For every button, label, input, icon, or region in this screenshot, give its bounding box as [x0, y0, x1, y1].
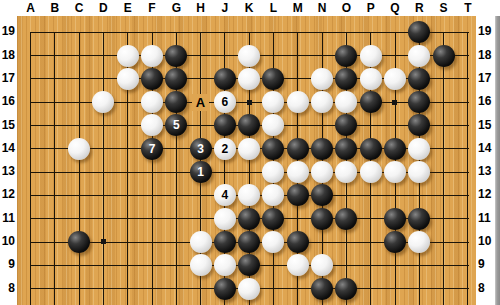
column-label-J: J: [214, 1, 236, 15]
row-label-right-9: 9: [478, 257, 496, 272]
row-label-right-11: 11: [478, 211, 496, 226]
row-label-left-11: 11: [0, 211, 15, 226]
stone-L12[interactable]: [262, 184, 284, 206]
move-3-stone-H14[interactable]: 3: [190, 138, 212, 160]
stone-O14[interactable]: [335, 138, 357, 160]
stone-R15[interactable]: [408, 114, 430, 136]
row-label-left-8: 8: [0, 281, 15, 296]
row-label-left-17: 17: [0, 71, 15, 86]
stone-K17[interactable]: [238, 68, 260, 90]
stone-H9[interactable]: [190, 254, 212, 276]
stone-R14[interactable]: [408, 138, 430, 160]
stone-L16[interactable]: [262, 91, 284, 113]
row-label-right-15: 15: [478, 118, 496, 133]
stone-R17[interactable]: [408, 68, 430, 90]
window-edge-strip: [495, 16, 500, 305]
stone-K8[interactable]: [238, 278, 260, 300]
stone-P13[interactable]: [360, 161, 382, 183]
stone-N8[interactable]: [311, 278, 333, 300]
move-7-stone-F14[interactable]: 7: [141, 138, 163, 160]
stone-O13[interactable]: [335, 161, 357, 183]
row-label-left-18: 18: [0, 48, 15, 63]
stone-F15[interactable]: [141, 114, 163, 136]
column-label-C: C: [68, 1, 90, 15]
column-label-A: A: [20, 1, 42, 15]
stone-Q14[interactable]: [384, 138, 406, 160]
stone-O17[interactable]: [335, 68, 357, 90]
stone-P14[interactable]: [360, 138, 382, 160]
row-label-left-15: 15: [0, 118, 15, 133]
column-label-O: O: [335, 1, 357, 15]
stone-N9[interactable]: [311, 254, 333, 276]
stone-Q13[interactable]: [384, 161, 406, 183]
stone-C10[interactable]: [68, 231, 90, 253]
column-label-E: E: [117, 1, 139, 15]
stone-J8[interactable]: [214, 278, 236, 300]
move-6-stone-J16[interactable]: 6: [214, 91, 236, 113]
column-label-D: D: [92, 1, 114, 15]
column-label-L: L: [263, 1, 285, 15]
stone-J15[interactable]: [214, 114, 236, 136]
stone-N16[interactable]: [311, 91, 333, 113]
stone-M10[interactable]: [287, 231, 309, 253]
stone-K15[interactable]: [238, 114, 260, 136]
move-1-stone-H13[interactable]: 1: [190, 161, 212, 183]
stone-N14[interactable]: [311, 138, 333, 160]
stones-grid: A6573214: [18, 21, 476, 301]
stone-O16[interactable]: [335, 91, 357, 113]
row-label-right-19: 19: [478, 24, 496, 39]
stone-K9[interactable]: [238, 254, 260, 276]
stone-H10[interactable]: [190, 231, 212, 253]
stone-R13[interactable]: [408, 161, 430, 183]
stone-M12[interactable]: [287, 184, 309, 206]
star-point: [101, 239, 106, 244]
stone-C14[interactable]: [68, 138, 90, 160]
point-mark-A[interactable]: A: [192, 94, 209, 111]
row-label-right-18: 18: [478, 48, 496, 63]
stone-P16[interactable]: [360, 91, 382, 113]
stone-Q11[interactable]: [384, 208, 406, 230]
row-label-left-9: 9: [0, 257, 15, 272]
stone-J17[interactable]: [214, 68, 236, 90]
stone-R10[interactable]: [408, 231, 430, 253]
stone-J11[interactable]: [214, 208, 236, 230]
stone-K12[interactable]: [238, 184, 260, 206]
stone-O8[interactable]: [335, 278, 357, 300]
stone-O18[interactable]: [335, 45, 357, 67]
stone-G17[interactable]: [165, 68, 187, 90]
column-label-S: S: [433, 1, 455, 15]
stone-L14[interactable]: [262, 138, 284, 160]
stone-J10[interactable]: [214, 231, 236, 253]
column-label-K: K: [238, 1, 260, 15]
stone-D16[interactable]: [92, 91, 114, 113]
stone-E17[interactable]: [117, 68, 139, 90]
row-label-left-19: 19: [0, 24, 15, 39]
star-point: [247, 100, 252, 105]
column-label-H: H: [190, 1, 212, 15]
row-label-left-10: 10: [0, 234, 15, 249]
stone-S18[interactable]: [433, 45, 455, 67]
stone-P18[interactable]: [360, 45, 382, 67]
stone-K10[interactable]: [238, 231, 260, 253]
stone-L17[interactable]: [262, 68, 284, 90]
go-board[interactable]: A6573214: [17, 16, 476, 305]
stone-N11[interactable]: [311, 208, 333, 230]
stone-N12[interactable]: [311, 184, 333, 206]
stone-L10[interactable]: [262, 231, 284, 253]
row-label-right-17: 17: [478, 71, 496, 86]
stone-P17[interactable]: [360, 68, 382, 90]
column-label-F: F: [141, 1, 163, 15]
column-label-P: P: [360, 1, 382, 15]
row-label-left-16: 16: [0, 94, 15, 109]
star-point: [392, 100, 397, 105]
row-label-left-12: 12: [0, 187, 15, 202]
column-label-B: B: [44, 1, 66, 15]
row-label-left-13: 13: [0, 164, 15, 179]
stone-O11[interactable]: [335, 208, 357, 230]
go-board-window: A6573214 ABCDEFGHJKLMNOPQRST191918181717…: [0, 0, 500, 305]
row-label-right-16: 16: [478, 94, 496, 109]
stone-R11[interactable]: [408, 208, 430, 230]
row-label-right-12: 12: [478, 187, 496, 202]
column-label-M: M: [287, 1, 309, 15]
stone-M9[interactable]: [287, 254, 309, 276]
stone-L11[interactable]: [262, 208, 284, 230]
stone-N17[interactable]: [311, 68, 333, 90]
stone-L13[interactable]: [262, 161, 284, 183]
stone-F18[interactable]: [141, 45, 163, 67]
row-label-right-14: 14: [478, 141, 496, 156]
stone-R19[interactable]: [408, 21, 430, 43]
column-label-N: N: [311, 1, 333, 15]
stone-K11[interactable]: [238, 208, 260, 230]
stone-M16[interactable]: [287, 91, 309, 113]
row-label-right-8: 8: [478, 281, 496, 296]
stone-J9[interactable]: [214, 254, 236, 276]
column-label-G: G: [165, 1, 187, 15]
stone-F17[interactable]: [141, 68, 163, 90]
stone-R18[interactable]: [408, 45, 430, 67]
column-label-T: T: [457, 1, 479, 15]
stone-O15[interactable]: [335, 114, 357, 136]
stone-Q17[interactable]: [384, 68, 406, 90]
move-5-stone-G15[interactable]: 5: [165, 114, 187, 136]
column-label-Q: Q: [384, 1, 406, 15]
stone-G16[interactable]: [165, 91, 187, 113]
row-label-left-14: 14: [0, 141, 15, 156]
move-4-stone-J12[interactable]: 4: [214, 184, 236, 206]
stone-N13[interactable]: [311, 161, 333, 183]
row-label-right-10: 10: [478, 234, 496, 249]
stone-R16[interactable]: [408, 91, 430, 113]
row-label-right-13: 13: [478, 164, 496, 179]
stone-M13[interactable]: [287, 161, 309, 183]
column-label-R: R: [408, 1, 430, 15]
stone-M14[interactable]: [287, 138, 309, 160]
move-2-stone-J14[interactable]: 2: [214, 138, 236, 160]
stone-L15[interactable]: [262, 114, 284, 136]
stone-E18[interactable]: [117, 45, 139, 67]
stone-G18[interactable]: [165, 45, 187, 67]
stone-K14[interactable]: [238, 138, 260, 160]
stone-K18[interactable]: [238, 45, 260, 67]
stone-Q10[interactable]: [384, 231, 406, 253]
stone-F16[interactable]: [141, 91, 163, 113]
